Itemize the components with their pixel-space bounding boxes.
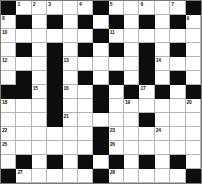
white-cell-r4c11[interactable] [170, 57, 185, 71]
clue-number-13: 13 [64, 57, 69, 63]
white-cell-r10c11[interactable] [170, 141, 185, 155]
white-cell-r7c1[interactable] [16, 99, 31, 113]
white-cell-r7c12[interactable]: 20 [186, 99, 201, 113]
crossword-board: 1234567891011121314151617181920212223242… [0, 0, 202, 184]
black-cell-r7c6 [93, 99, 108, 113]
white-cell-r6c5[interactable] [78, 85, 93, 99]
white-cell-r1c10[interactable] [155, 15, 170, 29]
white-cell-r10c4[interactable] [63, 141, 78, 155]
clue-number-9: 9 [187, 15, 189, 21]
white-cell-r6c7[interactable] [109, 85, 124, 99]
white-cell-r6c4[interactable]: 16 [63, 85, 78, 99]
white-cell-r12c8[interactable] [124, 169, 139, 183]
white-cell-r6c11[interactable] [170, 85, 185, 99]
clue-number-26: 26 [110, 141, 115, 147]
black-cell-r0c6 [93, 1, 108, 15]
white-cell-r1c4[interactable] [63, 15, 78, 29]
white-cell-r3c10[interactable] [155, 43, 170, 57]
black-cell-r0c12 [186, 1, 201, 15]
white-cell-r7c11[interactable] [170, 99, 185, 113]
clue-number-4: 4 [79, 1, 81, 7]
clue-number-20: 20 [187, 99, 192, 105]
clue-number-12: 12 [2, 57, 7, 63]
clue-number-14: 14 [156, 57, 161, 63]
white-cell-r7c4[interactable] [63, 99, 78, 113]
black-cell-r3c11 [170, 43, 185, 57]
black-cell-r6c12 [186, 85, 201, 99]
white-cell-r11c6[interactable] [93, 155, 108, 169]
black-cell-r12c0 [1, 169, 16, 183]
clue-number-27: 27 [17, 169, 22, 175]
white-cell-r10c3[interactable] [47, 141, 62, 155]
white-cell-r8c12[interactable] [186, 113, 201, 127]
black-cell-r8c3 [47, 113, 62, 127]
white-cell-r7c9[interactable] [139, 99, 154, 113]
clue-number-3: 3 [48, 1, 50, 7]
white-cell-r6c2[interactable]: 15 [32, 85, 47, 99]
white-cell-r5c12[interactable] [186, 71, 201, 85]
white-cell-r7c8[interactable]: 19 [124, 99, 139, 113]
white-cell-r2c5[interactable] [78, 29, 93, 43]
white-cell-r8c4[interactable]: 21 [63, 113, 78, 127]
black-cell-r5c5 [78, 71, 93, 85]
white-cell-r2c12[interactable] [186, 29, 201, 43]
white-cell-r10c2[interactable] [32, 141, 47, 155]
white-cell-r8c0[interactable] [1, 113, 16, 127]
white-cell-r2c4[interactable] [63, 29, 78, 43]
black-cell-r5c11 [170, 71, 185, 85]
white-cell-r5c2[interactable] [32, 71, 47, 85]
white-cell-r10c5[interactable] [78, 141, 93, 155]
white-cell-r2c0[interactable]: 10 [1, 29, 16, 43]
clue-number-6: 6 [140, 1, 142, 7]
white-cell-r1c12[interactable]: 9 [186, 15, 201, 29]
white-cell-r12c1[interactable]: 27 [16, 169, 31, 183]
white-cell-r7c7[interactable] [109, 99, 124, 113]
white-cell-r10c9[interactable] [139, 141, 154, 155]
white-cell-r8c2[interactable] [32, 113, 47, 127]
white-cell-r0c10[interactable] [155, 1, 170, 15]
white-cell-r2c7[interactable]: 11 [109, 29, 124, 43]
clue-number-21: 21 [64, 113, 69, 119]
white-cell-r8c11[interactable] [170, 113, 185, 127]
white-cell-r2c11[interactable] [170, 29, 185, 43]
white-cell-r9c5[interactable] [78, 127, 93, 141]
white-cell-r5c10[interactable] [155, 71, 170, 85]
white-cell-r1c2[interactable] [32, 15, 47, 29]
white-cell-r12c7[interactable]: 28 [109, 169, 124, 183]
white-cell-r1c8[interactable] [124, 15, 139, 29]
white-cell-r9c4[interactable] [63, 127, 78, 141]
white-cell-r9c3[interactable] [47, 127, 62, 141]
white-cell-r4c2[interactable] [32, 57, 47, 71]
white-cell-r4c0[interactable]: 12 [1, 57, 16, 71]
white-cell-r11c0[interactable] [1, 155, 16, 169]
black-cell-r12c6 [93, 169, 108, 183]
white-cell-r10c10[interactable] [155, 141, 170, 155]
white-cell-r7c2[interactable] [32, 99, 47, 113]
white-cell-r7c0[interactable]: 18 [1, 99, 16, 113]
white-cell-r9c10[interactable]: 24 [155, 127, 170, 141]
black-cell-r6c1 [16, 85, 31, 99]
black-cell-r4c3 [47, 57, 62, 71]
white-cell-r0c3[interactable]: 3 [47, 1, 62, 15]
black-cell-r3c3 [47, 43, 62, 57]
white-cell-r2c9[interactable] [139, 29, 154, 43]
clue-number-28: 28 [110, 169, 115, 175]
black-cell-r12c12 [186, 169, 201, 183]
black-cell-r11c9 [139, 155, 154, 169]
white-cell-r11c8[interactable] [124, 155, 139, 169]
black-cell-r5c3 [47, 71, 62, 85]
white-cell-r7c5[interactable] [78, 99, 93, 113]
white-cell-r0c9[interactable]: 6 [139, 1, 154, 15]
white-cell-r0c4[interactable] [63, 1, 78, 15]
white-cell-r11c4[interactable] [63, 155, 78, 169]
white-cell-r4c8[interactable] [124, 57, 139, 71]
white-cell-r10c7[interactable]: 26 [109, 141, 124, 155]
white-cell-r8c7[interactable] [109, 113, 124, 127]
white-cell-r9c2[interactable] [32, 127, 47, 141]
white-cell-r6c9[interactable]: 17 [139, 85, 154, 99]
white-cell-r9c11[interactable] [170, 127, 185, 141]
black-cell-r1c3 [47, 15, 62, 29]
white-cell-r0c7[interactable]: 5 [109, 1, 124, 15]
black-cell-r9c6 [93, 127, 108, 141]
crossword-grid: 1234567891011121314151617181920212223242… [0, 0, 202, 184]
black-cell-r11c1 [16, 155, 31, 169]
white-cell-r1c6[interactable] [93, 15, 108, 29]
white-cell-r4c10[interactable]: 14 [155, 57, 170, 71]
clue-number-24: 24 [156, 127, 161, 133]
black-cell-r3c1 [16, 43, 31, 57]
white-cell-r8c8[interactable] [124, 113, 139, 127]
black-cell-r11c3 [47, 155, 62, 169]
white-cell-r0c11[interactable]: 7 [170, 1, 185, 15]
black-cell-r0c0 [1, 1, 16, 15]
white-cell-r5c6[interactable] [93, 71, 108, 85]
white-cell-r4c7[interactable] [109, 57, 124, 71]
white-cell-r2c8[interactable] [124, 29, 139, 43]
black-cell-r11c5 [78, 155, 93, 169]
black-cell-r11c7 [109, 155, 124, 169]
white-cell-r10c1[interactable] [16, 141, 31, 155]
white-cell-r11c2[interactable] [32, 155, 47, 169]
clue-number-16: 16 [64, 85, 69, 91]
clue-number-8: 8 [2, 15, 4, 21]
white-cell-r12c2[interactable] [32, 169, 47, 183]
black-cell-r11c11 [170, 155, 185, 169]
white-cell-r0c1[interactable]: 1 [16, 1, 31, 15]
white-cell-r4c12[interactable] [186, 57, 201, 71]
white-cell-r10c8[interactable] [124, 141, 139, 155]
black-cell-r1c7 [109, 15, 124, 29]
white-cell-r8c5[interactable] [78, 113, 93, 127]
white-cell-r5c0[interactable] [1, 71, 16, 85]
white-cell-r2c1[interactable] [16, 29, 31, 43]
white-cell-r3c6[interactable] [93, 43, 108, 57]
white-cell-r10c12[interactable] [186, 141, 201, 155]
white-cell-r3c8[interactable] [124, 43, 139, 57]
black-cell-r6c3 [47, 85, 62, 99]
clue-number-11: 11 [110, 29, 115, 35]
white-cell-r3c12[interactable] [186, 43, 201, 57]
white-cell-r3c2[interactable] [32, 43, 47, 57]
black-cell-r5c1 [16, 71, 31, 85]
black-cell-r1c5 [78, 15, 93, 29]
clue-number-19: 19 [125, 99, 130, 105]
white-cell-r5c4[interactable] [63, 71, 78, 85]
white-cell-r9c7[interactable]: 23 [109, 127, 124, 141]
white-cell-r9c0[interactable]: 22 [1, 127, 16, 141]
clue-number-17: 17 [140, 85, 145, 91]
clue-number-1: 1 [17, 1, 19, 7]
clue-number-23: 23 [110, 127, 115, 133]
white-cell-r9c1[interactable] [16, 127, 31, 141]
white-cell-r7c10[interactable] [155, 99, 170, 113]
white-cell-r5c8[interactable] [124, 71, 139, 85]
black-cell-r2c6 [93, 29, 108, 43]
white-cell-r11c12[interactable] [186, 155, 201, 169]
clue-number-7: 7 [171, 1, 173, 7]
clue-number-25: 25 [2, 141, 7, 147]
clue-number-15: 15 [33, 85, 38, 91]
clue-number-22: 22 [2, 127, 7, 133]
white-cell-r2c2[interactable] [32, 29, 47, 43]
white-cell-r3c4[interactable] [63, 43, 78, 57]
white-cell-r9c9[interactable] [139, 127, 154, 141]
white-cell-r2c3[interactable] [47, 29, 62, 43]
white-cell-r4c5[interactable] [78, 57, 93, 71]
white-cell-r4c4[interactable]: 13 [63, 57, 78, 71]
black-cell-r1c11 [170, 15, 185, 29]
white-cell-r2c10[interactable] [155, 29, 170, 43]
white-cell-r9c12[interactable] [186, 127, 201, 141]
black-cell-r5c7 [109, 71, 124, 85]
clue-number-10: 10 [2, 29, 7, 35]
white-cell-r8c6[interactable] [93, 113, 108, 127]
white-cell-r3c0[interactable] [1, 43, 16, 57]
black-cell-r3c7 [109, 43, 124, 57]
black-cell-r8c9 [139, 113, 154, 127]
white-cell-r4c6[interactable] [93, 57, 108, 71]
white-cell-r12c5[interactable] [78, 169, 93, 183]
white-cell-r9c8[interactable] [124, 127, 139, 141]
white-cell-r8c1[interactable] [16, 113, 31, 127]
black-cell-r10c6 [93, 141, 108, 155]
black-cell-r6c6 [93, 85, 108, 99]
white-cell-r12c11[interactable] [170, 169, 185, 183]
white-cell-r8c10[interactable] [155, 113, 170, 127]
black-cell-r5c9 [139, 71, 154, 85]
black-cell-r4c9 [139, 57, 154, 71]
white-cell-r1c0[interactable]: 8 [1, 15, 16, 29]
white-cell-r0c5[interactable]: 4 [78, 1, 93, 15]
white-cell-r0c2[interactable]: 2 [32, 1, 47, 15]
black-cell-r7c3 [47, 99, 62, 113]
black-cell-r3c5 [78, 43, 93, 57]
black-cell-r6c0 [1, 85, 16, 99]
white-cell-r0c8[interactable] [124, 1, 139, 15]
white-cell-r12c3[interactable] [47, 169, 62, 183]
clue-number-2: 2 [33, 1, 35, 7]
white-cell-r10c0[interactable]: 25 [1, 141, 16, 155]
black-cell-r3c9 [139, 43, 154, 57]
clue-number-5: 5 [110, 1, 112, 7]
white-cell-r12c10[interactable] [155, 169, 170, 183]
black-cell-r1c9 [139, 15, 154, 29]
white-cell-r12c4[interactable] [63, 169, 78, 183]
black-cell-r6c8 [124, 85, 139, 99]
white-cell-r4c1[interactable] [16, 57, 31, 71]
black-cell-r6c10 [155, 85, 170, 99]
white-cell-r12c9[interactable] [139, 169, 154, 183]
clue-number-18: 18 [2, 99, 7, 105]
black-cell-r1c1 [16, 15, 31, 29]
white-cell-r11c10[interactable] [155, 155, 170, 169]
